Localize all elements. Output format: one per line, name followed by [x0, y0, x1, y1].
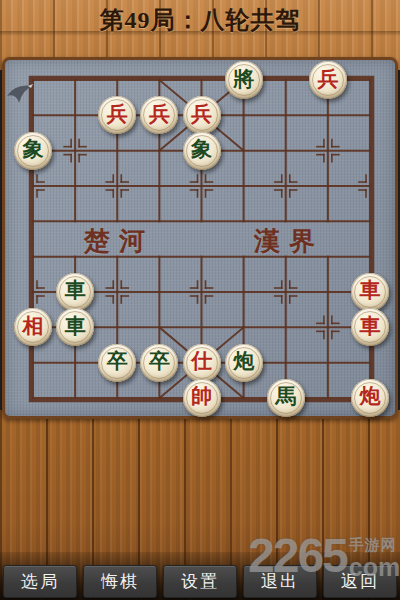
piece-glyph: 相: [23, 316, 44, 337]
piece-glyph: 車: [65, 316, 86, 337]
piece-red-車[interactable]: 車: [351, 273, 389, 311]
settings-button[interactable]: 设置: [163, 565, 237, 598]
piece-glyph: 兵: [317, 69, 338, 90]
piece-glyph: 車: [65, 280, 86, 301]
piece-glyph: 卒: [149, 351, 170, 372]
piece-glyph: 仕: [191, 351, 212, 372]
piece-red-炮[interactable]: 炮: [351, 379, 389, 417]
piece-glyph: 兵: [107, 104, 128, 125]
river-label-han: 漢界: [234, 224, 344, 259]
piece-black-卒[interactable]: 卒: [140, 344, 178, 382]
piece-black-將[interactable]: 將: [225, 61, 263, 99]
piece-glyph: 炮: [233, 351, 254, 372]
piece-glyph: 象: [23, 139, 44, 160]
piece-glyph: 炮: [360, 386, 381, 407]
piece-glyph: 卒: [107, 351, 128, 372]
back-button[interactable]: 返回: [323, 565, 397, 598]
app-screen: 第49局：八轮共驾 楚河 漢界 將兵兵兵兵象象車車相車車卒卒仕炮帥馬炮 选局 悔…: [0, 0, 400, 600]
piece-black-炮[interactable]: 炮: [225, 344, 263, 382]
piece-red-兵[interactable]: 兵: [183, 96, 221, 134]
exit-button[interactable]: 退出: [243, 565, 317, 598]
piece-black-車[interactable]: 車: [56, 273, 94, 311]
piece-glyph: 帥: [191, 386, 212, 407]
piece-glyph: 車: [360, 316, 381, 337]
piece-red-仕[interactable]: 仕: [183, 344, 221, 382]
piece-glyph: 兵: [191, 104, 212, 125]
select-game-button[interactable]: 选局: [3, 565, 77, 598]
page-title: 第49局：八轮共驾: [0, 4, 400, 36]
piece-black-象[interactable]: 象: [183, 132, 221, 170]
river-label-chu: 楚河: [64, 224, 174, 259]
piece-glyph: 兵: [149, 104, 170, 125]
piece-glyph: 馬: [275, 386, 296, 407]
piece-black-象[interactable]: 象: [14, 132, 52, 170]
piece-red-兵[interactable]: 兵: [309, 61, 347, 99]
footer-button-bar: 选局 悔棋 设置 退出 返回: [0, 565, 400, 598]
piece-glyph: 象: [191, 139, 212, 160]
undo-move-button[interactable]: 悔棋: [83, 565, 157, 598]
piece-black-馬[interactable]: 馬: [267, 379, 305, 417]
piece-black-卒[interactable]: 卒: [98, 344, 136, 382]
piece-glyph: 將: [233, 69, 254, 90]
piece-glyph: 車: [360, 280, 381, 301]
piece-red-帥[interactable]: 帥: [183, 379, 221, 417]
bird-decoration-icon: [6, 80, 40, 108]
